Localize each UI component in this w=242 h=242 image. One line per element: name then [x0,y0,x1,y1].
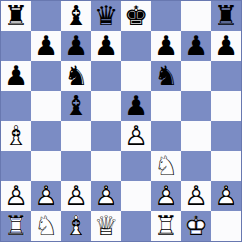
square-g5[interactable] [181,91,211,121]
white-rook-icon: ♜♖ [151,211,181,241]
white-pawn-icon: ♟♙ [91,181,121,211]
square-c7[interactable]: ♟ [61,31,91,61]
square-a2[interactable]: ♟♙ [1,181,31,211]
square-g1[interactable]: ♚♔ [181,211,211,241]
square-b4[interactable] [31,121,61,151]
square-h4[interactable] [211,121,241,151]
square-b5[interactable] [31,91,61,121]
black-pawn-icon: ♟ [61,31,91,61]
square-h2[interactable]: ♟♙ [211,181,241,211]
square-f6[interactable]: ♞ [151,61,181,91]
square-d6[interactable] [91,61,121,91]
black-knight-icon: ♞ [151,61,181,91]
black-pawn-icon: ♟ [211,31,241,61]
square-a4[interactable]: ♝♗ [1,121,31,151]
black-queen-icon: ♛ [91,1,121,31]
square-e7[interactable] [121,31,151,61]
square-g6[interactable] [181,61,211,91]
square-f3[interactable]: ♞♘ [151,151,181,181]
square-f2[interactable]: ♟♙ [151,181,181,211]
square-d2[interactable]: ♟♙ [91,181,121,211]
square-e1[interactable] [121,211,151,241]
square-a7[interactable] [1,31,31,61]
square-d8[interactable]: ♛ [91,1,121,31]
square-e3[interactable] [121,151,151,181]
white-knight-icon: ♞♘ [31,211,61,241]
black-bishop-icon: ♝ [61,91,91,121]
black-pawn-icon: ♟ [151,31,181,61]
square-f4[interactable] [151,121,181,151]
square-c3[interactable] [61,151,91,181]
white-queen-icon: ♛♕ [91,211,121,241]
black-bishop-icon: ♝ [61,1,91,31]
square-a8[interactable]: ♜ [1,1,31,31]
square-e5[interactable]: ♟ [121,91,151,121]
square-h5[interactable] [211,91,241,121]
square-h7[interactable]: ♟ [211,31,241,61]
black-pawn-icon: ♟ [91,31,121,61]
square-e4[interactable]: ♟♙ [121,121,151,151]
white-pawn-icon: ♟♙ [181,181,211,211]
white-pawn-icon: ♟♙ [61,181,91,211]
white-pawn-icon: ♟♙ [211,181,241,211]
chess-board: ♜♝♛♚♜♟♟♟♟♟♟♟♞♞♝♟♝♗♟♙♞♘♟♙♟♙♟♙♟♙♟♙♟♙♟♙♜♖♞♘… [0,0,242,242]
square-c8[interactable]: ♝ [61,1,91,31]
square-f5[interactable] [151,91,181,121]
black-rook-icon: ♜ [211,1,241,31]
white-pawn-icon: ♟♙ [121,121,151,151]
square-d7[interactable]: ♟ [91,31,121,61]
square-a3[interactable] [1,151,31,181]
black-pawn-icon: ♟ [121,91,151,121]
square-h6[interactable] [211,61,241,91]
square-a5[interactable] [1,91,31,121]
square-a6[interactable]: ♟ [1,61,31,91]
square-f7[interactable]: ♟ [151,31,181,61]
white-pawn-icon: ♟♙ [31,181,61,211]
square-f1[interactable]: ♜♖ [151,211,181,241]
black-king-icon: ♚ [121,1,151,31]
square-b3[interactable] [31,151,61,181]
square-c4[interactable] [61,121,91,151]
square-e8[interactable]: ♚ [121,1,151,31]
square-c5[interactable]: ♝ [61,91,91,121]
square-e6[interactable] [121,61,151,91]
square-g3[interactable] [181,151,211,181]
square-f8[interactable] [151,1,181,31]
square-h1[interactable] [211,211,241,241]
white-pawn-icon: ♟♙ [1,181,31,211]
square-h3[interactable] [211,151,241,181]
square-b8[interactable] [31,1,61,31]
square-c1[interactable]: ♝♗ [61,211,91,241]
white-bishop-icon: ♝♗ [1,121,31,151]
square-b6[interactable] [31,61,61,91]
square-h8[interactable]: ♜ [211,1,241,31]
white-rook-icon: ♜♖ [1,211,31,241]
square-b7[interactable]: ♟ [31,31,61,61]
black-pawn-icon: ♟ [181,31,211,61]
black-knight-icon: ♞ [61,61,91,91]
square-e2[interactable] [121,181,151,211]
black-pawn-icon: ♟ [1,61,31,91]
square-c6[interactable]: ♞ [61,61,91,91]
square-g4[interactable] [181,121,211,151]
square-g7[interactable]: ♟ [181,31,211,61]
white-bishop-icon: ♝♗ [61,211,91,241]
square-d5[interactable] [91,91,121,121]
white-knight-icon: ♞♘ [151,151,181,181]
square-d3[interactable] [91,151,121,181]
chess-diagram: ♜♝♛♚♜♟♟♟♟♟♟♟♞♞♝♟♝♗♟♙♞♘♟♙♟♙♟♙♟♙♟♙♟♙♟♙♜♖♞♘… [0,0,242,242]
white-king-icon: ♚♔ [181,211,211,241]
square-c2[interactable]: ♟♙ [61,181,91,211]
square-d4[interactable] [91,121,121,151]
white-pawn-icon: ♟♙ [151,181,181,211]
square-b1[interactable]: ♞♘ [31,211,61,241]
square-g2[interactable]: ♟♙ [181,181,211,211]
square-d1[interactable]: ♛♕ [91,211,121,241]
square-b2[interactable]: ♟♙ [31,181,61,211]
black-rook-icon: ♜ [1,1,31,31]
square-a1[interactable]: ♜♖ [1,211,31,241]
square-g8[interactable] [181,1,211,31]
black-pawn-icon: ♟ [31,31,61,61]
